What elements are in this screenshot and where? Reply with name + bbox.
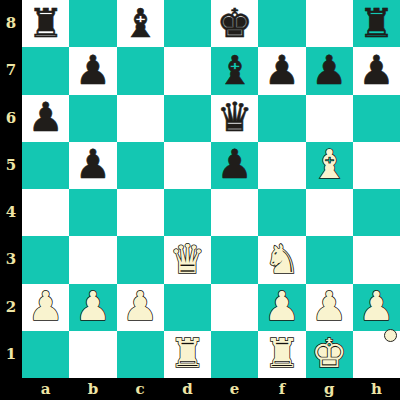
square-e6[interactable]: ♛ bbox=[211, 95, 258, 142]
square-h6[interactable] bbox=[353, 95, 400, 142]
square-d7[interactable] bbox=[164, 47, 211, 94]
white-rook-f1[interactable]: ♜ bbox=[264, 333, 300, 373]
black-pawn-h7[interactable]: ♟ bbox=[358, 50, 394, 90]
white-pawn-a2[interactable]: ♟ bbox=[28, 286, 64, 326]
square-c7[interactable] bbox=[117, 47, 164, 94]
square-f3[interactable]: ♞ bbox=[258, 236, 305, 283]
square-b7[interactable]: ♟ bbox=[69, 47, 116, 94]
square-c6[interactable] bbox=[117, 95, 164, 142]
file-label-d: d bbox=[164, 378, 211, 400]
square-e4[interactable] bbox=[211, 189, 258, 236]
black-pawn-a6[interactable]: ♟ bbox=[28, 97, 64, 137]
black-pawn-e5[interactable]: ♟ bbox=[217, 144, 253, 184]
file-label-h: h bbox=[353, 378, 400, 400]
square-d5[interactable] bbox=[164, 142, 211, 189]
square-e7[interactable]: ♝ bbox=[211, 47, 258, 94]
white-pawn-h2[interactable]: ♟ bbox=[358, 286, 394, 326]
black-rook-h8[interactable]: ♜ bbox=[358, 3, 394, 43]
square-g6[interactable] bbox=[306, 95, 353, 142]
square-h4[interactable] bbox=[353, 189, 400, 236]
square-d6[interactable] bbox=[164, 95, 211, 142]
file-labels: abcdefgh bbox=[22, 378, 400, 400]
square-b8[interactable] bbox=[69, 0, 116, 47]
square-d2[interactable] bbox=[164, 284, 211, 331]
rank-label-5: 5 bbox=[0, 142, 22, 189]
square-h8[interactable]: ♜ bbox=[353, 0, 400, 47]
rank-label-7: 7 bbox=[0, 47, 22, 94]
white-pawn-c2[interactable]: ♟ bbox=[122, 286, 158, 326]
frame-corner bbox=[0, 378, 22, 400]
square-a1[interactable] bbox=[22, 331, 69, 378]
file-label-e: e bbox=[211, 378, 258, 400]
white-queen-d3[interactable]: ♛ bbox=[169, 239, 205, 279]
square-a5[interactable] bbox=[22, 142, 69, 189]
white-knight-f3[interactable]: ♞ bbox=[264, 239, 300, 279]
square-g5[interactable]: ♝ bbox=[306, 142, 353, 189]
white-pawn-g2[interactable]: ♟ bbox=[311, 286, 347, 326]
square-b6[interactable] bbox=[69, 95, 116, 142]
white-rook-d1[interactable]: ♜ bbox=[169, 333, 205, 373]
file-label-c: c bbox=[117, 378, 164, 400]
square-a2[interactable]: ♟ bbox=[22, 284, 69, 331]
black-pawn-f7[interactable]: ♟ bbox=[264, 50, 300, 90]
square-b5[interactable]: ♟ bbox=[69, 142, 116, 189]
square-c2[interactable]: ♟ bbox=[117, 284, 164, 331]
square-e5[interactable]: ♟ bbox=[211, 142, 258, 189]
rank-label-8: 8 bbox=[0, 0, 22, 47]
square-g4[interactable] bbox=[306, 189, 353, 236]
square-d4[interactable] bbox=[164, 189, 211, 236]
square-d8[interactable] bbox=[164, 0, 211, 47]
square-c5[interactable] bbox=[117, 142, 164, 189]
square-b4[interactable] bbox=[69, 189, 116, 236]
black-queen-e6[interactable]: ♛ bbox=[217, 97, 253, 137]
square-f2[interactable]: ♟ bbox=[258, 284, 305, 331]
square-f6[interactable] bbox=[258, 95, 305, 142]
square-f1[interactable]: ♜ bbox=[258, 331, 305, 378]
square-c4[interactable] bbox=[117, 189, 164, 236]
chess-board-frame: 87654321 ♜♝♚♜♟♝♟♟♟♟♛♟♟♝♛♞♟♟♟♟♟♟♜♜♚ abcde… bbox=[0, 0, 400, 400]
square-h3[interactable] bbox=[353, 236, 400, 283]
rank-label-3: 3 bbox=[0, 236, 22, 283]
square-f8[interactable] bbox=[258, 0, 305, 47]
file-label-a: a bbox=[22, 378, 69, 400]
square-a7[interactable] bbox=[22, 47, 69, 94]
square-f4[interactable] bbox=[258, 189, 305, 236]
square-a4[interactable] bbox=[22, 189, 69, 236]
black-pawn-b7[interactable]: ♟ bbox=[75, 50, 111, 90]
rank-label-1: 1 bbox=[0, 331, 22, 378]
square-h2[interactable]: ♟ bbox=[353, 284, 400, 331]
square-e8[interactable]: ♚ bbox=[211, 0, 258, 47]
white-pawn-b2[interactable]: ♟ bbox=[75, 286, 111, 326]
white-king-g1[interactable]: ♚ bbox=[311, 333, 347, 373]
black-bishop-e7[interactable]: ♝ bbox=[217, 50, 253, 90]
rank-label-4: 4 bbox=[0, 189, 22, 236]
rank-label-2: 2 bbox=[0, 284, 22, 331]
chess-board: ♜♝♚♜♟♝♟♟♟♟♛♟♟♝♛♞♟♟♟♟♟♟♜♜♚ bbox=[22, 0, 400, 378]
rank-label-6: 6 bbox=[0, 95, 22, 142]
square-c3[interactable] bbox=[117, 236, 164, 283]
white-to-move-indicator bbox=[384, 329, 397, 342]
white-pawn-f2[interactable]: ♟ bbox=[264, 286, 300, 326]
square-g2[interactable]: ♟ bbox=[306, 284, 353, 331]
square-g3[interactable] bbox=[306, 236, 353, 283]
black-pawn-g7[interactable]: ♟ bbox=[311, 50, 347, 90]
square-a8[interactable]: ♜ bbox=[22, 0, 69, 47]
square-d1[interactable]: ♜ bbox=[164, 331, 211, 378]
black-rook-a8[interactable]: ♜ bbox=[28, 3, 64, 43]
square-b2[interactable]: ♟ bbox=[69, 284, 116, 331]
square-h7[interactable]: ♟ bbox=[353, 47, 400, 94]
square-g1[interactable]: ♚ bbox=[306, 331, 353, 378]
square-c1[interactable] bbox=[117, 331, 164, 378]
square-e2[interactable] bbox=[211, 284, 258, 331]
black-king-e8[interactable]: ♚ bbox=[217, 3, 253, 43]
square-c8[interactable]: ♝ bbox=[117, 0, 164, 47]
black-pawn-b5[interactable]: ♟ bbox=[75, 144, 111, 184]
black-bishop-c8[interactable]: ♝ bbox=[122, 3, 158, 43]
square-g7[interactable]: ♟ bbox=[306, 47, 353, 94]
file-label-f: f bbox=[258, 378, 305, 400]
white-bishop-g5[interactable]: ♝ bbox=[311, 144, 347, 184]
square-b1[interactable] bbox=[69, 331, 116, 378]
square-f7[interactable]: ♟ bbox=[258, 47, 305, 94]
file-label-b: b bbox=[69, 378, 116, 400]
rank-labels: 87654321 bbox=[0, 0, 22, 378]
square-e1[interactable] bbox=[211, 331, 258, 378]
square-b3[interactable] bbox=[69, 236, 116, 283]
square-d3[interactable]: ♛ bbox=[164, 236, 211, 283]
square-f5[interactable] bbox=[258, 142, 305, 189]
square-a6[interactable]: ♟ bbox=[22, 95, 69, 142]
square-h5[interactable] bbox=[353, 142, 400, 189]
file-label-g: g bbox=[306, 378, 353, 400]
square-e3[interactable] bbox=[211, 236, 258, 283]
square-a3[interactable] bbox=[22, 236, 69, 283]
square-g8[interactable] bbox=[306, 0, 353, 47]
